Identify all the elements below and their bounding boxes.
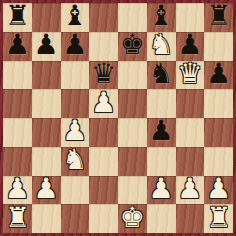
square-a2[interactable]: ♟	[3, 176, 32, 205]
black-rook[interactable]: ♜	[206, 3, 231, 30]
square-h3[interactable]	[204, 147, 233, 176]
square-c3[interactable]: ♞	[61, 147, 90, 176]
white-pawn[interactable]: ♟	[34, 176, 59, 203]
square-a5[interactable]	[3, 89, 32, 118]
square-h8[interactable]: ♜	[204, 3, 233, 32]
square-e6[interactable]	[118, 61, 147, 90]
square-e4[interactable]	[118, 118, 147, 147]
square-e8[interactable]	[118, 3, 147, 32]
square-b7[interactable]: ♟	[32, 32, 61, 61]
square-e5[interactable]	[118, 89, 147, 118]
square-d8[interactable]	[89, 3, 118, 32]
square-f5[interactable]	[147, 89, 176, 118]
black-bishop[interactable]: ♝	[62, 3, 87, 30]
black-pawn[interactable]: ♟	[5, 32, 30, 59]
square-g8[interactable]	[176, 3, 205, 32]
square-d2[interactable]	[89, 176, 118, 205]
square-e1[interactable]: ♚	[118, 204, 147, 233]
square-g3[interactable]	[176, 147, 205, 176]
white-pawn[interactable]: ♟	[177, 176, 202, 203]
square-f3[interactable]	[147, 147, 176, 176]
square-a1[interactable]: ♜	[3, 204, 32, 233]
chess-board-frame: ♜♝♝♜♟♟♟♚♞♟♛♞♛♟♟♟♟♞♟♟♟♟♟♜♚♜	[0, 0, 236, 236]
square-a8[interactable]: ♜	[3, 3, 32, 32]
black-pawn[interactable]: ♟	[34, 32, 59, 59]
square-b2[interactable]: ♟	[32, 176, 61, 205]
square-h1[interactable]: ♜	[204, 204, 233, 233]
square-g4[interactable]	[176, 118, 205, 147]
white-rook[interactable]: ♜	[206, 204, 231, 231]
square-h2[interactable]: ♟	[204, 176, 233, 205]
square-b4[interactable]	[32, 118, 61, 147]
square-c4[interactable]: ♟	[61, 118, 90, 147]
square-h6[interactable]: ♟	[204, 61, 233, 90]
square-h7[interactable]	[204, 32, 233, 61]
square-d5[interactable]: ♟	[89, 89, 118, 118]
square-h5[interactable]	[204, 89, 233, 118]
white-knight[interactable]: ♞	[62, 147, 87, 174]
square-d3[interactable]	[89, 147, 118, 176]
white-king[interactable]: ♚	[120, 204, 145, 231]
square-e3[interactable]	[118, 147, 147, 176]
square-b6[interactable]	[32, 61, 61, 90]
black-pawn[interactable]: ♟	[149, 118, 174, 145]
square-g5[interactable]	[176, 89, 205, 118]
black-rook[interactable]: ♜	[5, 3, 30, 30]
white-pawn[interactable]: ♟	[206, 176, 231, 203]
square-g1[interactable]	[176, 204, 205, 233]
black-queen[interactable]: ♛	[91, 61, 116, 88]
square-c5[interactable]	[61, 89, 90, 118]
square-f4[interactable]: ♟	[147, 118, 176, 147]
black-pawn[interactable]: ♟	[206, 61, 231, 88]
square-b1[interactable]	[32, 204, 61, 233]
square-c1[interactable]	[61, 204, 90, 233]
square-f2[interactable]: ♟	[147, 176, 176, 205]
square-g6[interactable]: ♛	[176, 61, 205, 90]
square-a7[interactable]: ♟	[3, 32, 32, 61]
white-pawn[interactable]: ♟	[62, 118, 87, 145]
square-c2[interactable]	[61, 176, 90, 205]
white-rook[interactable]: ♜	[5, 204, 30, 231]
white-pawn[interactable]: ♟	[149, 176, 174, 203]
square-f6[interactable]: ♞	[147, 61, 176, 90]
white-knight[interactable]: ♞	[149, 32, 174, 59]
square-f7[interactable]: ♞	[147, 32, 176, 61]
square-b3[interactable]	[32, 147, 61, 176]
square-c8[interactable]: ♝	[61, 3, 90, 32]
square-d4[interactable]	[89, 118, 118, 147]
square-a6[interactable]	[3, 61, 32, 90]
square-e7[interactable]: ♚	[118, 32, 147, 61]
white-pawn[interactable]: ♟	[5, 176, 30, 203]
black-bishop[interactable]: ♝	[149, 3, 174, 30]
black-king[interactable]: ♚	[120, 32, 145, 59]
black-knight[interactable]: ♞	[149, 61, 174, 88]
square-c6[interactable]	[61, 61, 90, 90]
square-f8[interactable]: ♝	[147, 3, 176, 32]
square-b5[interactable]	[32, 89, 61, 118]
white-pawn[interactable]: ♟	[91, 89, 116, 116]
square-a3[interactable]	[3, 147, 32, 176]
square-d1[interactable]	[89, 204, 118, 233]
square-g2[interactable]: ♟	[176, 176, 205, 205]
chess-board: ♜♝♝♜♟♟♟♚♞♟♛♞♛♟♟♟♟♞♟♟♟♟♟♜♚♜	[3, 3, 233, 233]
square-h4[interactable]	[204, 118, 233, 147]
black-pawn[interactable]: ♟	[62, 32, 87, 59]
square-b8[interactable]	[32, 3, 61, 32]
square-d6[interactable]: ♛	[89, 61, 118, 90]
square-f1[interactable]	[147, 204, 176, 233]
square-a4[interactable]	[3, 118, 32, 147]
square-g7[interactable]: ♟	[176, 32, 205, 61]
square-e2[interactable]	[118, 176, 147, 205]
black-pawn[interactable]: ♟	[177, 32, 202, 59]
white-queen[interactable]: ♛	[177, 61, 202, 88]
square-d7[interactable]	[89, 32, 118, 61]
square-c7[interactable]: ♟	[61, 32, 90, 61]
